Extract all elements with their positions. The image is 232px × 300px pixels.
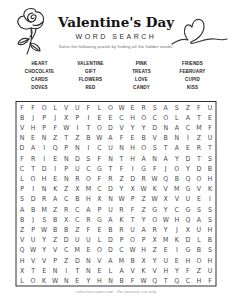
word-list-item: HEART: [14, 60, 65, 68]
grid-cell: J: [160, 163, 171, 173]
grid-cell: T: [28, 265, 39, 275]
grid-cell: W: [149, 194, 160, 204]
grid-cell: W: [138, 184, 149, 194]
grid-cell: R: [39, 194, 50, 204]
grid-cell: T: [160, 275, 171, 285]
grid-cell: N: [105, 194, 116, 204]
grid-cell: B: [105, 224, 116, 234]
grid-cell: R: [138, 173, 149, 183]
grid-cell: B: [204, 235, 215, 245]
grid-cell: E: [171, 255, 182, 265]
grid-cell: O: [39, 102, 50, 112]
grid-cell: I: [39, 143, 50, 153]
grid-cell: S: [193, 204, 204, 214]
grid-cell: C: [149, 112, 160, 122]
grid-cell: T: [116, 153, 127, 163]
grid-cell: R: [28, 153, 39, 163]
grid-cell: R: [149, 224, 160, 234]
letter-grid: FFOLVUFLOWERSASZFUBJPJXPIEECHOCOLATEVHPF…: [17, 102, 216, 286]
grid-cell: R: [105, 173, 116, 183]
word-search-page: Valentine's Day WORD SEARCH Solve the fo…: [0, 0, 232, 300]
grid-cell: V: [17, 122, 28, 132]
grid-cell: C: [94, 184, 105, 194]
grid-cell: I: [61, 265, 72, 275]
grid-cell: F: [193, 102, 204, 112]
grid-cell: U: [72, 163, 83, 173]
grid-cell: C: [116, 245, 127, 255]
grid-cell: O: [138, 112, 149, 122]
grid-cell: F: [94, 153, 105, 163]
grid-cell: E: [83, 245, 94, 255]
grid-cell: N: [160, 122, 171, 132]
grid-cell: C: [61, 245, 72, 255]
grid-cell: D: [193, 163, 204, 173]
grid-cell: G: [182, 245, 193, 255]
grid-cell: V: [149, 265, 160, 275]
grid-cell: O: [149, 214, 160, 224]
grid-cell: N: [50, 265, 61, 275]
grid-cell: W: [116, 194, 127, 204]
grid-cell: K: [116, 214, 127, 224]
grid-cell: A: [50, 194, 61, 204]
grid-cell: B: [61, 224, 72, 234]
grid-cell: B: [160, 133, 171, 143]
grid-cell: U: [204, 102, 215, 112]
grid-cell: E: [94, 112, 105, 122]
word-list-item: VALENTINE: [65, 60, 116, 68]
grid-cell: D: [39, 163, 50, 173]
grid-cell: A: [138, 153, 149, 163]
grid-cell: R: [138, 102, 149, 112]
grid-cell: N: [105, 275, 116, 285]
grid-cell: E: [39, 265, 50, 275]
grid-cell: N: [61, 173, 72, 183]
grid-cell: A: [105, 214, 116, 224]
grid-cell: Q: [182, 214, 193, 224]
grid-cell: U: [193, 224, 204, 234]
word-list-item: CHOCOLATE: [14, 68, 65, 76]
grid-cell: H: [182, 255, 193, 265]
grid-cell: O: [83, 173, 94, 183]
grid-cell: P: [138, 235, 149, 245]
grid-cell: D: [61, 235, 72, 245]
grid-cell: C: [116, 112, 127, 122]
grid-cell: G: [138, 163, 149, 173]
grid-cell: S: [83, 153, 94, 163]
word-list-item: TREATS: [116, 68, 167, 76]
grid-cell: U: [204, 133, 215, 143]
grid-cell: F: [116, 133, 127, 143]
grid-cell: N: [39, 184, 50, 194]
grid-cell: V: [193, 184, 204, 194]
grid-cell: Q: [50, 143, 61, 153]
grid-cell: E: [182, 143, 193, 153]
grid-cell: N: [72, 143, 83, 153]
grid-cell: F: [116, 163, 127, 173]
grid-cell: L: [171, 112, 182, 122]
grid-cell: D: [105, 235, 116, 245]
grid-cell: A: [105, 255, 116, 265]
grid-cell: E: [127, 102, 138, 112]
word-list-column: VALENTINEGIFTFLOWERSRED: [65, 60, 116, 92]
grid-cell: A: [193, 214, 204, 224]
grid-cell: Z: [50, 204, 61, 214]
grid-cell: R: [61, 204, 72, 214]
grid-cell: K: [149, 184, 160, 194]
grid-cell: P: [17, 184, 28, 194]
word-list-column: PINKTREATSLOVECANDY: [116, 60, 167, 92]
grid-cell: Y: [182, 163, 193, 173]
grid-cell: D: [149, 122, 160, 132]
grid-cell: Y: [116, 184, 127, 194]
grid-cell: S: [17, 194, 28, 204]
grid-cell: A: [105, 133, 116, 143]
grid-cell: Z: [72, 224, 83, 234]
grid-cell: X: [61, 214, 72, 224]
grid-cell: U: [160, 255, 171, 265]
grid-cell: E: [50, 153, 61, 163]
grid-cell: T: [193, 153, 204, 163]
grid-cell: R: [116, 204, 127, 214]
grid-cell: A: [171, 122, 182, 132]
grid-cell: W: [160, 214, 171, 224]
grid-cell: F: [50, 122, 61, 132]
grid-cell: P: [94, 204, 105, 214]
grid-cell: H: [39, 173, 50, 183]
grid-cell: S: [39, 214, 50, 224]
grid-cell: J: [50, 112, 61, 122]
grid-cell: Q: [171, 275, 182, 285]
grid-cell: N: [171, 133, 182, 143]
grid-cell: K: [204, 184, 215, 194]
grid-cell: B: [28, 204, 39, 214]
word-list-item: KISS: [167, 84, 218, 92]
grid-cell: V: [61, 102, 72, 112]
grid-cell: T: [105, 163, 116, 173]
grid-cell: Z: [17, 224, 28, 234]
grid-cell: F: [28, 102, 39, 112]
grid-cell: B: [138, 133, 149, 143]
grid-cell: C: [61, 194, 72, 204]
grid-cell: C: [72, 214, 83, 224]
grid-cell: R: [193, 143, 204, 153]
word-list-column: HEARTCHOCOLATECARDSDOVES: [14, 60, 65, 92]
grid-cell: R: [83, 214, 94, 224]
grid-cell: M: [116, 255, 127, 265]
grid-cell: T: [83, 122, 94, 132]
grid-cell: F: [127, 275, 138, 285]
word-list-item: CANDY: [116, 84, 167, 92]
grid-cell: P: [39, 122, 50, 132]
grid-cell: P: [61, 143, 72, 153]
grid-cell: Z: [72, 133, 83, 143]
grid-cell: Z: [193, 265, 204, 275]
grid-cell: B: [116, 275, 127, 285]
grid-cell: Y: [83, 275, 94, 285]
grid-cell: U: [28, 235, 39, 245]
grid-cell: H: [28, 122, 39, 132]
grid-cell: L: [50, 102, 61, 112]
grid-cell: E: [204, 112, 215, 122]
grid-cell: N: [105, 153, 116, 163]
grid-cell: G: [94, 214, 105, 224]
page-title: Valentine's Day: [35, 15, 197, 30]
grid-cell: A: [83, 204, 94, 214]
grid-cell: C: [182, 122, 193, 132]
grid-cell: E: [72, 275, 83, 285]
grid-cell: T: [61, 133, 72, 143]
word-list-item: RED: [65, 84, 116, 92]
grid-cell: I: [127, 163, 138, 173]
grid-cell: U: [204, 265, 215, 275]
grid-cell: C: [171, 204, 182, 214]
grid-cell: Y: [127, 122, 138, 132]
grid-cell: N: [116, 143, 127, 153]
grid-cell: B: [193, 245, 204, 255]
grid-cell: V: [160, 184, 171, 194]
grid-cell: H: [171, 214, 182, 224]
grid-cell: N: [61, 153, 72, 163]
grid-cell: E: [127, 133, 138, 143]
grid-cell: S: [204, 245, 215, 255]
grid-cell: K: [39, 275, 50, 285]
grid-cell: G: [94, 163, 105, 173]
grid-cell: V: [171, 194, 182, 204]
word-list-item: PINK: [116, 60, 167, 68]
grid-cell: D: [17, 143, 28, 153]
grid-cell: Q: [182, 173, 193, 183]
grid-cell: Y: [171, 153, 182, 163]
grid-cell: N: [39, 133, 50, 143]
grid-cell: B: [127, 255, 138, 265]
grid-cell: M: [193, 122, 204, 132]
grid-cell: W: [138, 275, 149, 285]
grid-cell: C: [72, 204, 83, 214]
grid-cell: C: [17, 163, 28, 173]
grid-cell: O: [28, 275, 39, 285]
grid-cell: E: [28, 133, 39, 143]
grid-cell: Z: [61, 255, 72, 265]
grid-cell: H: [127, 143, 138, 153]
grid-cell: S: [204, 153, 215, 163]
grid-cell: X: [17, 265, 28, 275]
grid-cell: O: [193, 173, 204, 183]
grid-cell: D: [182, 235, 193, 245]
grid-cell: W: [94, 133, 105, 143]
grid-cell: B: [72, 194, 83, 204]
grid-cell: A: [17, 204, 28, 214]
grid-cell: I: [171, 245, 182, 255]
grid-cell: R: [72, 173, 83, 183]
grid-cell: D: [127, 173, 138, 183]
grid-cell: Z: [61, 184, 72, 194]
grid-cell: V: [116, 122, 127, 132]
instructions-text: Solve the following puzzle by finding al…: [35, 44, 197, 49]
grid-border: FFOLVUFLOWERSASZFUBJPJXPIEECHOCOLATEVHPF…: [16, 101, 217, 287]
grid-cell: B: [171, 173, 182, 183]
grid-cell: E: [193, 194, 204, 204]
grid-cell: P: [50, 255, 61, 265]
grid-cell: A: [160, 153, 171, 163]
grid-cell: B: [17, 214, 28, 224]
grid-cell: K: [50, 184, 61, 194]
grid-cell: F: [182, 265, 193, 275]
grid-cell: Y: [160, 224, 171, 234]
grid-cell: Z: [149, 245, 160, 255]
grid-cell: V: [28, 255, 39, 265]
grid-cell: L: [105, 265, 116, 275]
grid-cell: M: [160, 235, 171, 245]
grid-cell: M: [83, 184, 94, 194]
grid-cell: L: [193, 235, 204, 245]
grid-cell: H: [193, 275, 204, 285]
grid-cell: X: [127, 184, 138, 194]
grid-cell: E: [105, 112, 116, 122]
grid-cell: D: [28, 194, 39, 204]
grid-cell: J: [171, 224, 182, 234]
grid-cell: T: [28, 163, 39, 173]
grid-cell: T: [160, 143, 171, 153]
grid-cell: Q: [17, 245, 28, 255]
word-list-item: DOVES: [14, 84, 65, 92]
grid-cell: X: [61, 112, 72, 122]
grid-cell: T: [127, 214, 138, 224]
grid-cell: N: [83, 255, 94, 265]
grid-cell: D: [105, 122, 116, 132]
grid-cell: K: [138, 265, 149, 275]
grid-cell: B: [17, 112, 28, 122]
grid-cell: D: [105, 184, 116, 194]
grid-cell: O: [105, 102, 116, 112]
grid-cell: J: [28, 214, 39, 224]
grid-cell: V: [17, 235, 28, 245]
grid-cell: Z: [50, 235, 61, 245]
grid-cell: I: [83, 143, 94, 153]
grid-cell: U: [105, 204, 116, 214]
grid-cell: P: [28, 224, 39, 234]
grid-cell: E: [94, 265, 105, 275]
grid-cell: V: [50, 245, 61, 255]
grid-cell: U: [72, 235, 83, 245]
grid-cell: X: [149, 235, 160, 245]
grid-cell: W: [127, 245, 138, 255]
grid-cell: A: [116, 265, 127, 275]
grid-cell: Z: [116, 173, 127, 183]
grid-cell: F: [204, 122, 215, 132]
grid-cell: A: [160, 102, 171, 112]
grid-cell: A: [28, 143, 39, 153]
grid-cell: I: [182, 133, 193, 143]
word-list-item: FEBRUARY: [167, 68, 218, 76]
grid-cell: F: [17, 102, 28, 112]
grid-cell: S: [149, 102, 160, 112]
grid-cell: N: [83, 265, 94, 275]
grid-cell: E: [94, 224, 105, 234]
grid-cell: D: [72, 255, 83, 265]
grid-cell: P: [61, 163, 72, 173]
grid-cell: D: [72, 153, 83, 163]
grid-cell: L: [94, 235, 105, 245]
grid-cell: Z: [138, 204, 149, 214]
grid-cell: H: [204, 255, 215, 265]
grid-cell: F: [17, 153, 28, 163]
grid-cell: M: [171, 184, 182, 194]
grid-cell: Z: [182, 102, 193, 112]
grid-cell: Q: [149, 275, 160, 285]
grid-cell: Q: [160, 173, 171, 183]
grid-cell: U: [72, 102, 83, 112]
grid-cell: X: [138, 255, 149, 265]
grid-cell: L: [17, 173, 28, 183]
grid-cell: A: [171, 143, 182, 153]
grid-cell: Y: [39, 235, 50, 245]
header: Valentine's Day WORD SEARCH Solve the fo…: [35, 15, 197, 49]
grid-cell: W: [116, 102, 127, 112]
grid-cell: V: [39, 255, 50, 265]
grid-cell: L: [94, 102, 105, 112]
grid-cell: F: [127, 204, 138, 214]
grid-cell: F: [83, 102, 94, 112]
grid-cell: F: [149, 163, 160, 173]
word-list-item: GIFT: [65, 68, 116, 76]
grid-cell: F: [94, 173, 105, 183]
grid-cell: I: [50, 163, 61, 173]
grid-cell: O: [171, 163, 182, 173]
grid-cell: S: [171, 102, 182, 112]
grid-cell: Y: [39, 245, 50, 255]
word-list-column: FRIENDSFEBRUARYCUPIDKISS: [167, 60, 218, 92]
grid-cell: Y: [171, 265, 182, 275]
grid-cell: H: [94, 275, 105, 285]
grid-cell: H: [138, 245, 149, 255]
grid-cell: W: [39, 224, 50, 234]
grid-cell: C: [182, 275, 193, 285]
grid-cell: C: [83, 163, 94, 173]
grid-cell: N: [149, 153, 160, 163]
word-list-item: FLOWERS: [65, 76, 116, 84]
grid-cell: I: [28, 184, 39, 194]
grid-cell: G: [182, 184, 193, 194]
grid-cell: H: [127, 153, 138, 163]
grid-cell: G: [182, 204, 193, 214]
grid-cell: H: [160, 265, 171, 275]
grid-cell: N: [17, 133, 28, 143]
word-list-item: CUPID: [167, 76, 218, 84]
word-list: HEARTCHOCOLATECARDSDOVESVALENTINEGIFTFLO…: [14, 60, 218, 92]
grid-cell: O: [28, 173, 39, 183]
grid-cell: U: [105, 143, 116, 153]
grid-cell: M: [72, 245, 83, 255]
grid-cell: Y: [138, 214, 149, 224]
grid-cell: W: [28, 245, 39, 255]
grid-cell: M: [39, 204, 50, 214]
grid-cell: Z: [193, 133, 204, 143]
page-subtitle: WORD SEARCH: [35, 33, 197, 41]
grid-cell: A: [138, 224, 149, 234]
grid-cell: S: [204, 214, 215, 224]
grid-cell: W: [50, 275, 61, 285]
grid-cell: R: [116, 224, 127, 234]
grid-cell: J: [28, 112, 39, 122]
grid-cell: X: [72, 184, 83, 194]
grid-cell: K: [171, 235, 182, 245]
grid-cell: A: [182, 112, 193, 122]
grid-cell: T: [193, 112, 204, 122]
footer-credit: collectivecrayon.com - For personal use …: [0, 289, 232, 294]
grid-cell: B: [50, 224, 61, 234]
grid-cell: P: [127, 194, 138, 204]
grid-cell: D: [182, 153, 193, 163]
